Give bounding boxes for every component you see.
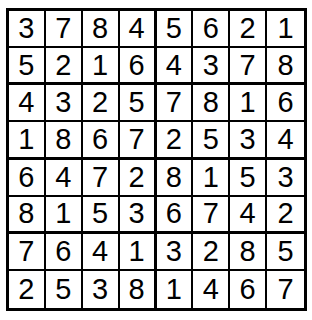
cell-r6c4[interactable]: 3 bbox=[120, 197, 157, 234]
cell-r2c8[interactable]: 8 bbox=[267, 48, 304, 85]
cell-r4c6[interactable]: 5 bbox=[193, 122, 230, 159]
cell-r3c7[interactable]: 1 bbox=[230, 85, 267, 122]
cell-r1c1[interactable]: 3 bbox=[9, 11, 46, 48]
cell-r4c2[interactable]: 8 bbox=[46, 122, 83, 159]
cell-r8c4[interactable]: 8 bbox=[120, 271, 157, 308]
cell-r2c1[interactable]: 5 bbox=[9, 48, 46, 85]
cell-r3c5[interactable]: 7 bbox=[157, 85, 194, 122]
cell-r1c2[interactable]: 7 bbox=[46, 11, 83, 48]
cell-r3c6[interactable]: 8 bbox=[193, 85, 230, 122]
cell-r6c5[interactable]: 6 bbox=[157, 197, 194, 234]
cell-r7c4[interactable]: 1 bbox=[120, 234, 157, 271]
cell-r3c3[interactable]: 2 bbox=[83, 85, 120, 122]
cell-r1c3[interactable]: 8 bbox=[83, 11, 120, 48]
cell-r8c2[interactable]: 5 bbox=[46, 271, 83, 308]
cell-r7c1[interactable]: 7 bbox=[9, 234, 46, 271]
cell-r5c5[interactable]: 8 bbox=[157, 160, 194, 197]
cell-r6c1[interactable]: 8 bbox=[9, 197, 46, 234]
cell-r8c3[interactable]: 3 bbox=[83, 271, 120, 308]
cell-r5c4[interactable]: 2 bbox=[120, 160, 157, 197]
cell-r2c3[interactable]: 1 bbox=[83, 48, 120, 85]
cell-r3c1[interactable]: 4 bbox=[9, 85, 46, 122]
cell-r4c4[interactable]: 7 bbox=[120, 122, 157, 159]
cell-r5c6[interactable]: 1 bbox=[193, 160, 230, 197]
cell-r3c4[interactable]: 5 bbox=[120, 85, 157, 122]
cell-r4c1[interactable]: 1 bbox=[9, 122, 46, 159]
cell-r8c1[interactable]: 2 bbox=[9, 271, 46, 308]
cell-r5c8[interactable]: 3 bbox=[267, 160, 304, 197]
cell-r3c2[interactable]: 3 bbox=[46, 85, 83, 122]
cell-r1c8[interactable]: 1 bbox=[267, 11, 304, 48]
cell-r2c2[interactable]: 2 bbox=[46, 48, 83, 85]
cell-r5c7[interactable]: 5 bbox=[230, 160, 267, 197]
cell-r5c2[interactable]: 4 bbox=[46, 160, 83, 197]
cell-r1c7[interactable]: 2 bbox=[230, 11, 267, 48]
cell-r8c6[interactable]: 4 bbox=[193, 271, 230, 308]
cell-r2c4[interactable]: 6 bbox=[120, 48, 157, 85]
cell-r6c2[interactable]: 1 bbox=[46, 197, 83, 234]
cell-r4c8[interactable]: 4 bbox=[267, 122, 304, 159]
cell-r4c7[interactable]: 3 bbox=[230, 122, 267, 159]
cell-r6c8[interactable]: 2 bbox=[267, 197, 304, 234]
cell-r7c6[interactable]: 2 bbox=[193, 234, 230, 271]
cell-r4c5[interactable]: 2 bbox=[157, 122, 194, 159]
cell-r2c7[interactable]: 7 bbox=[230, 48, 267, 85]
cell-r4c3[interactable]: 6 bbox=[83, 122, 120, 159]
cell-r6c3[interactable]: 5 bbox=[83, 197, 120, 234]
cell-r7c3[interactable]: 4 bbox=[83, 234, 120, 271]
cell-r7c2[interactable]: 6 bbox=[46, 234, 83, 271]
cell-r2c6[interactable]: 3 bbox=[193, 48, 230, 85]
cell-r8c5[interactable]: 1 bbox=[157, 271, 194, 308]
cell-r5c3[interactable]: 7 bbox=[83, 160, 120, 197]
cell-r1c6[interactable]: 6 bbox=[193, 11, 230, 48]
cell-r6c7[interactable]: 4 bbox=[230, 197, 267, 234]
cell-r1c5[interactable]: 5 bbox=[157, 11, 194, 48]
cell-r8c8[interactable]: 7 bbox=[267, 271, 304, 308]
cell-r1c4[interactable]: 4 bbox=[120, 11, 157, 48]
cell-r7c7[interactable]: 8 bbox=[230, 234, 267, 271]
cell-r7c5[interactable]: 3 bbox=[157, 234, 194, 271]
cell-r2c5[interactable]: 4 bbox=[157, 48, 194, 85]
sudoku-board: 3784562152164378432578161867253464728153… bbox=[6, 8, 307, 311]
cell-r6c6[interactable]: 7 bbox=[193, 197, 230, 234]
cell-r7c8[interactable]: 5 bbox=[267, 234, 304, 271]
cell-r8c7[interactable]: 6 bbox=[230, 271, 267, 308]
cell-r5c1[interactable]: 6 bbox=[9, 160, 46, 197]
cell-r3c8[interactable]: 6 bbox=[267, 85, 304, 122]
